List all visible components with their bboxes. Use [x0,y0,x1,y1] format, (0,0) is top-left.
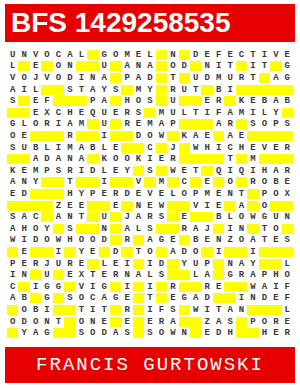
yellow-highlight [156,61,167,71]
letter-cell: D [18,316,29,328]
yellow-highlight [133,282,144,292]
yellow-highlight [7,108,18,118]
blocked-cell [41,61,52,73]
letter-cell: T [190,107,201,119]
letter-cell: O [76,235,87,247]
letter-cell: E [133,119,144,131]
yellow-highlight [18,96,29,106]
letter-cell: S [282,119,293,131]
blocked-cell [41,246,52,258]
letter-cell: I [87,281,98,293]
letter-cell: C [87,293,98,305]
author-banner: FRANCIS GURTOWSKI [5,347,295,383]
letter-cell: T [247,49,258,61]
letter-cell: U [224,72,235,84]
letter-cell: L [167,188,178,200]
yellow-highlight [224,282,235,292]
letter-cell: Y [247,258,258,270]
letter-cell: R [64,165,75,177]
yellow-highlight [201,85,212,95]
yellow-highlight [247,189,258,199]
letter-cell: H [201,142,212,154]
blocked-cell [76,61,87,73]
letter-cell: E [201,235,212,247]
letter-cell: M [156,107,167,119]
yellow-highlight [53,96,64,106]
letter-cell: E [87,246,98,258]
letter-cell: A [270,72,281,84]
yellow-highlight [156,166,167,176]
letter-cell: T [213,304,224,316]
blocked-cell [133,142,144,154]
letter-cell: A [259,281,270,293]
letter-cell: I [53,246,64,258]
yellow-highlight [179,154,190,164]
letter-cell: E [144,200,155,212]
yellow-highlight [133,293,144,303]
blocked-cell [247,188,258,200]
letter-cell: A [270,95,281,107]
yellow-highlight [213,177,224,187]
blocked-cell [76,130,87,142]
yellow-highlight [53,131,64,141]
letter-cell: I [41,304,52,316]
blocked-cell [236,281,247,293]
letter-cell: U [99,211,110,223]
yellow-highlight [270,154,281,164]
letter-cell: A [99,72,110,84]
letter-cell: D [144,72,155,84]
blocked-cell [110,211,121,223]
yellow-highlight [133,305,144,315]
yellow-highlight [121,201,132,211]
letter-cell: S [7,211,18,223]
blocked-cell [7,107,18,119]
letter-cell: I [76,72,87,84]
yellow-highlight [270,247,281,257]
letter-cell: E [99,269,110,281]
yellow-highlight [41,212,52,222]
letter-cell: E [110,165,121,177]
yellow-highlight [282,85,293,95]
yellow-highlight [64,282,75,292]
blocked-cell [133,327,144,339]
letter-cell: I [236,293,247,305]
letter-cell: I [144,153,155,165]
letter-cell: E [156,153,167,165]
letter-cell: O [259,119,270,131]
blocked-cell [121,177,132,189]
yellow-highlight [270,61,281,71]
yellow-highlight [201,247,212,257]
blocked-cell [133,293,144,305]
yellow-highlight [179,235,190,245]
yellow-highlight [30,131,41,141]
letter-cell: P [7,258,18,270]
letter-cell: U [7,49,18,61]
blocked-cell [53,177,64,189]
letter-cell: E [110,200,121,212]
letter-cell: R [179,223,190,235]
yellow-highlight [110,73,121,83]
yellow-highlight [270,259,281,269]
yellow-highlight [224,293,235,303]
letter-cell: A [270,165,281,177]
letter-cell: V [76,281,87,293]
letter-cell: A [30,327,41,339]
letter-cell: O [41,49,52,61]
yellow-highlight [76,61,87,71]
letter-cell: Y [270,107,281,119]
letter-cell: P [167,119,178,131]
letter-cell: Y [30,177,41,189]
yellow-highlight [213,259,224,269]
letter-cell: D [110,246,121,258]
yellow-highlight [156,247,167,257]
yellow-highlight [236,119,247,129]
yellow-highlight [64,317,75,327]
yellow-highlight [87,177,98,187]
yellow-highlight [167,131,178,141]
blocked-cell [282,200,293,212]
letter-cell: E [282,49,293,61]
yellow-highlight [179,201,190,211]
blocked-cell [87,211,98,223]
blocked-cell [259,153,270,165]
letter-cell: A [213,316,224,328]
letter-cell: D [201,293,212,305]
letter-cell: A [7,84,18,96]
letter-cell: A [87,84,98,96]
letter-cell: S [64,223,75,235]
letter-cell: A [201,269,212,281]
yellow-highlight [190,119,201,129]
blocked-cell [179,235,190,247]
letter-cell: V [41,72,52,84]
letter-cell: I [30,281,41,293]
blocked-cell [201,119,212,131]
yellow-highlight [179,282,190,292]
letter-cell: E [213,200,224,212]
letter-cell: O [167,61,178,73]
yellow-highlight [53,85,64,95]
blocked-cell [64,95,75,107]
letter-cell: I [53,119,64,131]
letter-cell: G [99,281,110,293]
letter-cell: E [167,235,178,247]
blocked-cell [167,223,178,235]
letter-cell: S [156,269,167,281]
yellow-highlight [110,305,121,315]
blocked-cell [270,84,281,96]
letter-cell: R [282,142,293,154]
letter-cell: I [18,235,29,247]
letter-cell: A [7,223,18,235]
letter-cell: O [144,246,155,258]
letter-cell: B [213,211,224,223]
letter-cell: T [259,61,270,73]
letter-cell: A [133,269,144,281]
letter-cell: Y [18,327,29,339]
yellow-highlight [76,96,87,106]
blocked-cell [270,153,281,165]
letter-cell: E [213,188,224,200]
letter-cell: S [144,165,155,177]
blocked-cell [179,281,190,293]
letter-cell: L [99,165,110,177]
yellow-highlight [179,73,190,83]
letter-cell: S [282,235,293,247]
letter-cell: A [224,107,235,119]
yellow-highlight [190,212,201,222]
letter-cell: A [76,153,87,165]
letter-cell: N [179,327,190,339]
letter-cell: E [201,177,212,189]
letter-cell: E [18,246,29,258]
letter-cell: E [156,188,167,200]
letter-cell: N [18,269,29,281]
letter-cell: D [41,153,52,165]
letter-cell: U [190,72,201,84]
yellow-highlight [87,212,98,222]
letter-cell: O [259,200,270,212]
letter-cell: S [7,95,18,107]
letter-cell: M [133,84,144,96]
yellow-highlight [156,293,167,303]
letter-cell: Q [87,107,98,119]
blocked-cell [110,72,121,84]
yellow-highlight [213,131,224,141]
blocked-cell [53,293,64,305]
letter-cell: E [121,293,132,305]
blocked-cell [247,223,258,235]
blocked-cell [7,246,18,258]
yellow-highlight [133,235,144,245]
letter-cell: W [247,281,258,293]
letter-cell: D [99,327,110,339]
letter-cell: K [236,95,247,107]
letter-cell: I [213,61,224,73]
letter-cell: O [7,130,18,142]
yellow-highlight [99,247,110,257]
letter-cell: B [30,304,41,316]
letter-cell: D [87,165,98,177]
blocked-cell [190,61,201,73]
yellow-highlight [224,247,235,257]
blocked-cell [270,200,281,212]
letter-cell: O [190,246,201,258]
letter-cell: L [282,304,293,316]
blocked-cell [64,316,75,328]
blocked-cell [7,153,18,165]
letter-cell: L [144,269,155,281]
letter-cell: A [224,130,235,142]
letter-cell: O [259,316,270,328]
yellow-highlight [167,224,178,234]
blocked-cell [87,119,98,131]
letter-cell: I [213,142,224,154]
letter-cell: N [213,235,224,247]
letter-cell: E [167,293,178,305]
blocked-cell [41,84,52,96]
letter-cell: O [18,304,29,316]
yellow-highlight [259,154,270,164]
letter-cell: A [121,61,132,73]
letter-cell: A [144,61,155,73]
yellow-highlight [41,61,52,71]
letter-cell: T [76,304,87,316]
letter-cell: O [270,223,281,235]
blocked-cell [110,119,121,131]
letter-cell: Q [213,165,224,177]
yellow-highlight [167,259,178,269]
yellow-highlight [64,247,75,257]
yellow-highlight [190,154,201,164]
yellow-highlight [247,85,258,95]
blocked-cell [53,304,64,316]
letter-cell: E [247,95,258,107]
blocked-cell [247,200,258,212]
yellow-highlight [236,317,247,327]
yellow-highlight [41,85,52,95]
blocked-cell [76,177,87,189]
yellow-highlight [167,212,178,222]
blocked-cell [179,316,190,328]
letter-cell: Y [121,165,132,177]
letter-cell: Z [224,235,235,247]
letter-cell: R [121,119,132,131]
blocked-cell [190,95,201,107]
letter-cell: E [99,316,110,328]
yellow-highlight [110,317,121,327]
letter-cell: E [236,130,247,142]
letter-cell: D [213,327,224,339]
letter-cell: P [259,269,270,281]
letter-cell: T [76,211,87,223]
letter-cell: F [213,107,224,119]
letter-cell: W [156,130,167,142]
letter-cell: A [30,153,41,165]
letter-cell: S [144,95,155,107]
blocked-cell [156,84,167,96]
blocked-cell [53,130,64,142]
yellow-highlight [259,247,270,257]
letter-cell: E [247,142,258,154]
blocked-cell [156,95,167,107]
letter-cell: X [282,188,293,200]
yellow-highlight [201,154,212,164]
blocked-cell [167,211,178,223]
letter-cell: V [190,200,201,212]
yellow-highlight [87,154,98,164]
letter-cell: M [64,142,75,154]
blocked-cell [167,177,178,189]
blocked-cell [121,200,132,212]
blocked-cell [270,246,281,258]
letter-cell: X [41,107,52,119]
letter-cell: C [53,49,64,61]
yellow-highlight [87,119,98,129]
yellow-highlight [270,131,281,141]
blocked-cell [133,304,144,316]
yellow-highlight [179,305,190,315]
letter-cell: O [236,235,247,247]
blocked-cell [259,130,270,142]
letter-cell: R [156,316,167,328]
yellow-highlight [18,282,29,292]
letter-cell: Y [99,84,110,96]
yellow-highlight [213,270,224,280]
letter-cell: G [99,49,110,61]
blocked-cell [179,49,190,61]
yellow-highlight [87,50,98,60]
blocked-cell [213,223,224,235]
yellow-highlight [282,201,293,211]
blocked-cell [156,281,167,293]
letter-cell: I [270,281,281,293]
blocked-cell [190,316,201,328]
letter-cell: A [236,258,247,270]
yellow-highlight [247,224,258,234]
letter-cell: D [121,188,132,200]
letter-cell: E [64,269,75,281]
letter-cell: I [121,281,132,293]
letter-cell: S [110,84,121,96]
letter-cell: B [190,235,201,247]
letter-cell: O [87,327,98,339]
letter-cell: A [64,119,75,131]
letter-cell: S [247,119,258,131]
letter-cell: D [133,130,144,142]
yellow-highlight [282,247,293,257]
letter-cell: I [144,304,155,316]
letter-cell: E [270,327,281,339]
letter-cell: N [236,304,247,316]
blocked-cell [18,61,29,73]
letter-cell: H [236,142,247,154]
blocked-cell [87,130,98,142]
letter-cell: R [282,327,293,339]
yellow-highlight [236,85,247,95]
blocked-cell [179,200,190,212]
letter-cell: J [41,258,52,270]
letter-cell: D [18,188,29,200]
blocked-cell [30,246,41,258]
letter-cell: F [213,49,224,61]
letter-cell: V [30,49,41,61]
blocked-cell [179,95,190,107]
letter-cell: L [30,84,41,96]
letter-cell: L [41,142,52,154]
yellow-highlight [201,166,212,176]
blocked-cell [30,130,41,142]
letter-cell: J [30,72,41,84]
letter-cell: M [121,49,132,61]
letter-cell: E [30,95,41,107]
yellow-highlight [179,143,190,153]
letter-cell: V [133,177,144,189]
yellow-highlight [156,143,167,153]
letter-cell: T [87,269,98,281]
blocked-cell [110,304,121,316]
letter-cell: P [87,95,98,107]
blocked-cell [167,130,178,142]
letter-cell: U [53,258,64,270]
letter-cell: E [76,107,87,119]
letter-cell: A [76,142,87,154]
blocked-cell [18,200,29,212]
blocked-cell [270,61,281,73]
